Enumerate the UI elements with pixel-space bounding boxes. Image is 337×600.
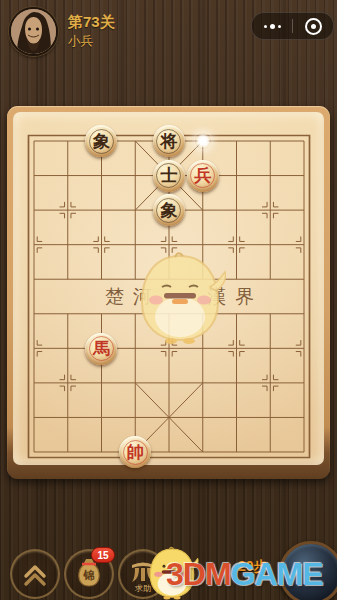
circled-dot-icon	[305, 18, 322, 35]
close-minimize-button[interactable]	[293, 13, 333, 39]
bag-count-badge: 15	[91, 547, 115, 563]
piece-black-象[interactable]: 象	[85, 125, 117, 157]
piece-black-将[interactable]: 将	[153, 125, 185, 157]
wechat-capsule	[251, 12, 334, 40]
player-avatar[interactable]	[9, 7, 58, 56]
expand-menu-button[interactable]	[10, 549, 60, 599]
avatar-portrait-icon	[11, 9, 56, 54]
watermark-game: GAME	[231, 556, 323, 592]
hint-bag-button[interactable]: 锦 15	[64, 549, 114, 599]
piece-red-馬[interactable]: 馬	[85, 333, 117, 365]
pieces-layer: 象将士兵象馬帥	[17, 124, 321, 470]
more-options-button[interactable]	[252, 13, 292, 39]
piece-black-士[interactable]: 士	[153, 160, 185, 192]
move-highlight-sparkle	[195, 133, 211, 149]
level-label: 第73关	[68, 13, 115, 32]
watermark-3dm: 3DM	[166, 556, 231, 592]
game-screen: 第73关 小兵 楚河 漢界 象将士兵象馬帥	[0, 0, 337, 600]
svg-text:锦: 锦	[83, 569, 95, 581]
double-chevron-up-icon	[12, 551, 58, 597]
piece-red-帥[interactable]: 帥	[119, 436, 151, 468]
three-dots-icon	[264, 24, 281, 29]
piece-black-象[interactable]: 象	[153, 194, 185, 226]
piece-red-兵[interactable]: 兵	[187, 160, 219, 192]
site-watermark: 3DMGAME	[166, 556, 323, 593]
level-name: 小兵	[68, 33, 93, 50]
